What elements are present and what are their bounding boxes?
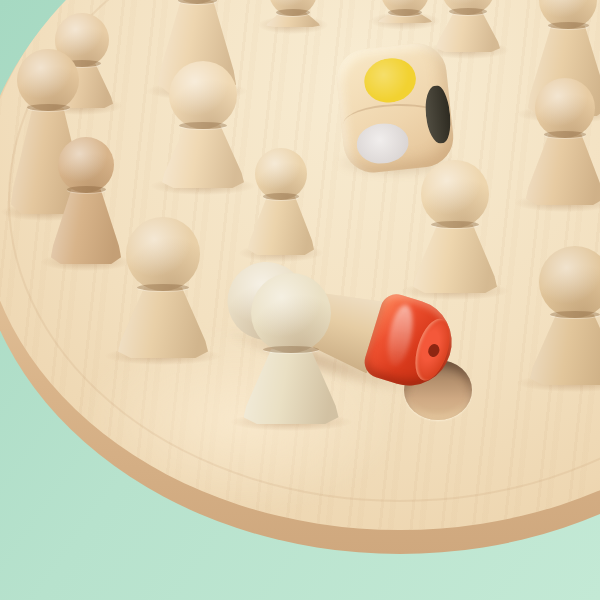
- peg-head: [251, 273, 331, 353]
- peg-body: [530, 313, 600, 385]
- peg-neck-ring: [263, 193, 299, 200]
- wooden-peg[interactable]: [530, 246, 600, 385]
- die-black-dot: [423, 84, 453, 144]
- peg-neck-ring: [27, 104, 70, 111]
- peg-head: [535, 78, 595, 138]
- peg-body: [436, 10, 500, 52]
- peg-body: [248, 195, 314, 255]
- wooden-peg[interactable]: [118, 217, 208, 358]
- wooden-peg[interactable]: [162, 61, 244, 188]
- peg-head: [17, 49, 79, 111]
- red-base-hole: [427, 343, 441, 359]
- peg-neck-ring: [550, 311, 600, 318]
- peg-body: [162, 124, 244, 188]
- wooden-peg[interactable]: [526, 78, 600, 205]
- peg-neck-ring: [67, 186, 106, 193]
- peg-head: [126, 217, 200, 291]
- red-base-highlight: [384, 303, 417, 368]
- peg-body: [118, 286, 208, 358]
- peg-neck-ring: [179, 122, 227, 129]
- wooden-peg[interactable]: [413, 160, 497, 293]
- peg-neck-ring: [276, 9, 310, 16]
- die-yellow-dot: [360, 53, 420, 107]
- peg-head: [58, 137, 114, 193]
- scene: [0, 0, 600, 600]
- wooden-peg[interactable]: [436, 0, 500, 52]
- peg-neck-ring: [388, 9, 422, 16]
- wooden-peg[interactable]: [248, 148, 314, 255]
- peg-head: [421, 160, 489, 228]
- wooden-peg[interactable]: [378, 0, 432, 23]
- peg-head: [539, 246, 600, 318]
- wooden-peg[interactable]: [266, 0, 320, 27]
- peg-neck-ring: [544, 131, 586, 138]
- peg-neck-ring: [548, 22, 589, 29]
- peg-neck-ring: [137, 284, 189, 291]
- wooden-peg[interactable]: [51, 137, 121, 264]
- peg-neck-ring: [449, 8, 487, 15]
- peg-body: [244, 348, 339, 424]
- peg-body: [51, 188, 121, 264]
- peg-head: [169, 61, 237, 129]
- wooden-peg[interactable]: [244, 273, 339, 424]
- peg-neck-ring: [431, 221, 479, 228]
- peg-body: [526, 133, 600, 205]
- color-die[interactable]: [334, 41, 456, 176]
- peg-body: [413, 223, 497, 293]
- peg-neck-ring: [263, 346, 319, 353]
